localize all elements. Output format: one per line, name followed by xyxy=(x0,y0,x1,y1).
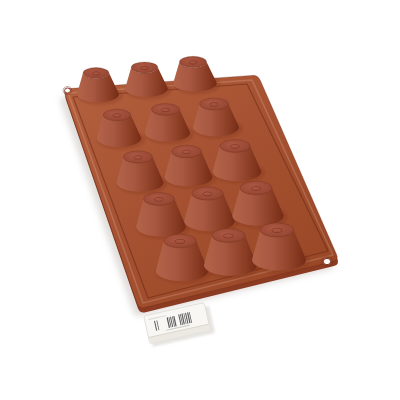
cone-top-face xyxy=(131,62,158,73)
cone-top-face xyxy=(144,193,175,206)
cone-top-face xyxy=(192,187,223,200)
cone-top-face xyxy=(164,234,196,248)
cone-top-face xyxy=(172,145,202,158)
cone-top-face xyxy=(103,109,131,121)
cone-top-face xyxy=(179,56,206,67)
cone-top-face xyxy=(240,181,272,194)
corner-hole-right xyxy=(322,257,333,266)
cone-top-face xyxy=(151,104,179,116)
cone-top-face xyxy=(260,223,294,237)
cone-top-face xyxy=(83,68,109,79)
cone-top-face xyxy=(200,98,229,110)
cone-top-face xyxy=(123,151,152,163)
corner-hole-left xyxy=(63,87,72,95)
silicone-mold-photo xyxy=(0,0,400,400)
product-photo-stage xyxy=(0,0,400,400)
cone-top-face xyxy=(212,229,245,243)
cone-top-face xyxy=(220,140,250,153)
